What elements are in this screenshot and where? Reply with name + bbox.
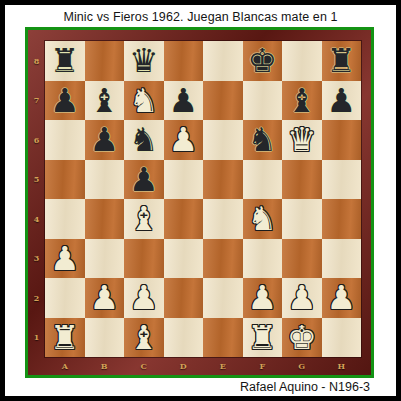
white-bishop-c4: ♝ [129,202,159,235]
file-label-e: E [203,357,243,375]
square-c3[interactable] [124,239,164,279]
square-h2[interactable]: ♟ [322,278,362,318]
square-e3[interactable] [203,239,243,279]
square-f3[interactable] [243,239,283,279]
square-h6[interactable] [322,120,362,160]
square-g6[interactable]: ♛ [282,120,322,160]
square-h3[interactable] [322,239,362,279]
square-b7[interactable]: ♝ [85,81,125,121]
square-h5[interactable] [322,160,362,200]
square-b1[interactable] [85,318,125,358]
square-g3[interactable] [282,239,322,279]
square-b5[interactable] [85,160,125,200]
file-label-g: G [282,357,322,375]
square-a2[interactable] [45,278,85,318]
square-f1[interactable]: ♜ [243,318,283,358]
rank-label-5: 5 [28,160,45,200]
rank-label-2: 2 [28,278,45,318]
rank-label-4: 4 [28,199,45,239]
square-b8[interactable] [85,41,125,81]
file-label-a: A [45,357,85,375]
white-pawn-g2: ♟ [287,281,317,314]
square-d6[interactable]: ♟ [164,120,204,160]
square-d4[interactable] [164,199,204,239]
black-knight-c6: ♞ [129,123,159,156]
white-pawn-d6: ♟ [168,123,198,156]
square-e7[interactable] [203,81,243,121]
square-h7[interactable]: ♟ [322,81,362,121]
square-g7[interactable]: ♝ [282,81,322,121]
square-f6[interactable]: ♞ [243,120,283,160]
white-pawn-h2: ♟ [326,281,356,314]
white-rook-f1: ♜ [247,321,277,354]
square-c1[interactable]: ♝ [124,318,164,358]
file-label-d: D [164,357,204,375]
black-knight-f6: ♞ [247,123,277,156]
white-pawn-b2: ♟ [89,281,119,314]
file-label-h: H [322,357,362,375]
square-e6[interactable] [203,120,243,160]
white-queen-g6: ♛ [287,123,317,156]
square-a8[interactable]: ♜ [45,41,85,81]
square-d1[interactable] [164,318,204,358]
file-label-b: B [85,357,125,375]
square-h4[interactable] [322,199,362,239]
square-b3[interactable] [85,239,125,279]
author-credit: Rafael Aquino - N196-3 [240,380,370,394]
square-c6[interactable]: ♞ [124,120,164,160]
square-g8[interactable] [282,41,322,81]
square-a4[interactable] [45,199,85,239]
square-e5[interactable] [203,160,243,200]
square-d2[interactable] [164,278,204,318]
square-b4[interactable] [85,199,125,239]
black-rook-h8: ♜ [326,44,356,77]
black-bishop-g7: ♝ [287,84,317,117]
square-g5[interactable] [282,160,322,200]
square-e2[interactable] [203,278,243,318]
white-knight-f4: ♞ [247,202,277,235]
square-d5[interactable] [164,160,204,200]
puzzle-page: Minic vs Fieros 1962. Juegan Blancas mat… [0,0,401,401]
square-d3[interactable] [164,239,204,279]
square-h1[interactable] [322,318,362,358]
black-pawn-d7: ♟ [168,84,198,117]
square-b2[interactable]: ♟ [85,278,125,318]
white-pawn-f2: ♟ [247,281,277,314]
square-c7[interactable]: ♞ [124,81,164,121]
chess-board-frame: 87654321 ♜♛♚♜♟♝♞♟♝♟♟♞♟♞♛♟♝♞♟♟♟♟♟♟♜♝♜♚ AB… [25,27,374,378]
white-king-g1: ♚ [287,321,317,354]
white-pawn-a3: ♟ [50,242,80,275]
white-bishop-c1: ♝ [129,321,159,354]
rank-label-6: 6 [28,120,45,160]
square-a6[interactable] [45,120,85,160]
file-coordinates: ABCDEFGH [45,357,361,375]
square-g4[interactable] [282,199,322,239]
white-pawn-c2: ♟ [129,281,159,314]
square-c8[interactable]: ♛ [124,41,164,81]
square-g1[interactable]: ♚ [282,318,322,358]
square-e1[interactable] [203,318,243,358]
rank-coordinates: 87654321 [28,41,45,357]
square-c2[interactable]: ♟ [124,278,164,318]
square-c5[interactable]: ♟ [124,160,164,200]
white-knight-c7: ♞ [129,84,159,117]
black-bishop-b7: ♝ [89,84,119,117]
square-f7[interactable] [243,81,283,121]
black-queen-c8: ♛ [129,44,159,77]
file-label-c: C [124,357,164,375]
black-pawn-h7: ♟ [326,84,356,117]
rank-label-3: 3 [28,239,45,279]
square-f5[interactable] [243,160,283,200]
square-a3[interactable]: ♟ [45,239,85,279]
square-d7[interactable]: ♟ [164,81,204,121]
square-a5[interactable] [45,160,85,200]
square-d8[interactable] [164,41,204,81]
square-f2[interactable]: ♟ [243,278,283,318]
square-g2[interactable]: ♟ [282,278,322,318]
square-a7[interactable]: ♟ [45,81,85,121]
black-rook-a8: ♜ [50,44,80,77]
page-title: Minic vs Fieros 1962. Juegan Blancas mat… [5,10,396,24]
file-label-f: F [243,357,283,375]
rank-label-7: 7 [28,81,45,121]
black-pawn-c5: ♟ [129,163,159,196]
square-f4[interactable]: ♞ [243,199,283,239]
square-a1[interactable]: ♜ [45,318,85,358]
rank-label-8: 8 [28,41,45,81]
white-rook-a1: ♜ [50,321,80,354]
black-king-f8: ♚ [247,44,277,77]
rank-label-1: 1 [28,318,45,358]
square-c4[interactable]: ♝ [124,199,164,239]
black-pawn-b6: ♟ [89,123,119,156]
black-pawn-a7: ♟ [50,84,80,117]
square-f8[interactable]: ♚ [243,41,283,81]
square-e8[interactable] [203,41,243,81]
square-e4[interactable] [203,199,243,239]
square-b6[interactable]: ♟ [85,120,125,160]
square-h8[interactable]: ♜ [322,41,362,81]
chess-board: ♜♛♚♜♟♝♞♟♝♟♟♞♟♞♛♟♝♞♟♟♟♟♟♟♜♝♜♚ [45,41,361,357]
